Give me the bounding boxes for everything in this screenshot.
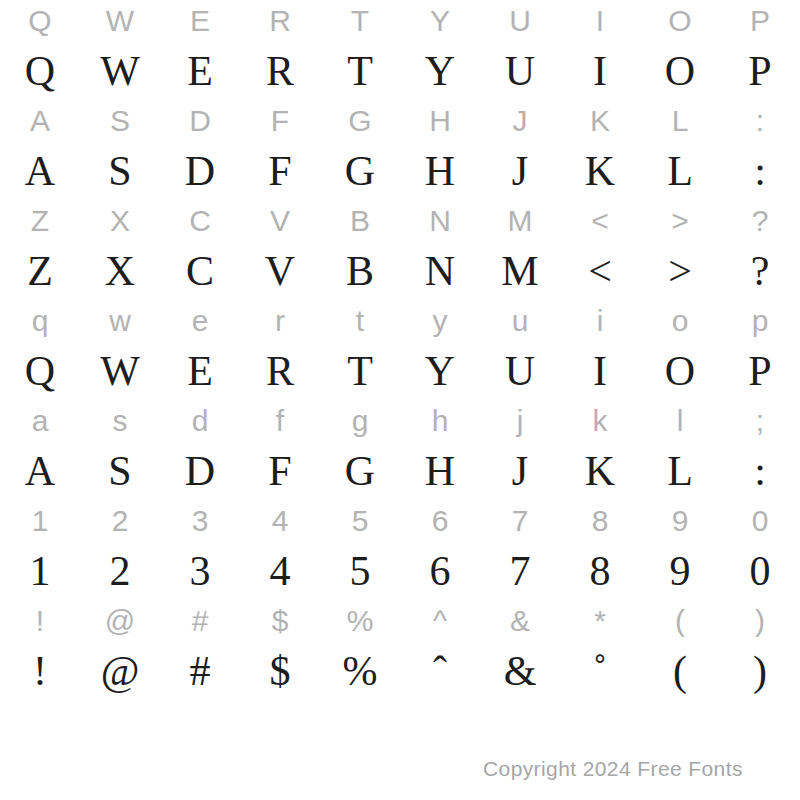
glyph-cell: K bbox=[560, 100, 640, 141]
glyph-cell: R bbox=[240, 41, 320, 100]
glyph-cell: 2 bbox=[80, 500, 160, 541]
glyph-cell: D bbox=[160, 141, 240, 200]
glyph-cell: I bbox=[560, 341, 640, 400]
glyph-cell: w bbox=[80, 300, 160, 341]
glyph-cell: 3 bbox=[160, 500, 240, 541]
glyph-cell: S bbox=[80, 441, 160, 500]
glyph-cell: 5 bbox=[320, 541, 400, 600]
glyph-cell: U bbox=[480, 0, 560, 41]
glyph-cell: @ bbox=[80, 600, 160, 641]
glyph-cell: 0 bbox=[720, 541, 800, 600]
glyph-cell: e bbox=[160, 300, 240, 341]
glyph-cell: C bbox=[160, 241, 240, 300]
glyph-cell: E bbox=[160, 41, 240, 100]
glyph-cell: D bbox=[160, 100, 240, 141]
glyph-cell: t bbox=[320, 300, 400, 341]
glyph-cell: O bbox=[640, 0, 720, 41]
glyph-cell: 3 bbox=[160, 541, 240, 600]
glyph-cell: H bbox=[400, 441, 480, 500]
glyph-cell: B bbox=[320, 241, 400, 300]
glyph-cell: @ bbox=[80, 641, 160, 700]
glyph-cell: : bbox=[720, 441, 800, 500]
glyph-cell: > bbox=[640, 200, 720, 241]
glyph-cell: g bbox=[320, 400, 400, 441]
glyph-cell: 6 bbox=[400, 500, 480, 541]
glyph-cell: 9 bbox=[640, 500, 720, 541]
glyph-cell: S bbox=[80, 141, 160, 200]
glyph-cell: % bbox=[320, 600, 400, 641]
glyph-cell: # bbox=[160, 641, 240, 700]
glyph-cell: ^ bbox=[400, 600, 480, 641]
glyph-cell: ) bbox=[720, 641, 800, 700]
glyph-cell: T bbox=[320, 0, 400, 41]
glyph-cell: ( bbox=[640, 600, 720, 641]
glyph-cell: M bbox=[480, 200, 560, 241]
glyph-cell: R bbox=[240, 341, 320, 400]
glyph-cell: V bbox=[240, 241, 320, 300]
glyph-cell: L bbox=[640, 441, 720, 500]
glyph-cell: A bbox=[0, 100, 80, 141]
glyph-cell: U bbox=[480, 341, 560, 400]
glyph-cell: F bbox=[240, 141, 320, 200]
glyph-cell: P bbox=[720, 341, 800, 400]
glyph-cell: k bbox=[560, 400, 640, 441]
font-specimen-sheet: QWERTYUIOPQWERTYUIOPASDFGHJKL:ASDFGHJKL:… bbox=[0, 0, 800, 800]
glyph-cell: K bbox=[560, 141, 640, 200]
glyph-cell: < bbox=[560, 241, 640, 300]
glyph-cell: a bbox=[0, 400, 80, 441]
glyph-cell: ˚ bbox=[560, 641, 640, 700]
glyph-cell: ˆ bbox=[400, 641, 480, 700]
glyph-cell: ( bbox=[640, 641, 720, 700]
glyph-cell: K bbox=[560, 441, 640, 500]
glyph-cell: E bbox=[160, 341, 240, 400]
glyph-cell: W bbox=[80, 0, 160, 41]
glyph-cell: Q bbox=[0, 41, 80, 100]
glyph-cell: : bbox=[720, 100, 800, 141]
glyph-cell: 4 bbox=[240, 500, 320, 541]
glyph-cell: : bbox=[720, 141, 800, 200]
glyph-cell: & bbox=[480, 641, 560, 700]
glyph-cell: $ bbox=[240, 600, 320, 641]
glyph-cell: ? bbox=[720, 241, 800, 300]
glyph-cell: u bbox=[480, 300, 560, 341]
glyph-cell: J bbox=[480, 100, 560, 141]
glyph-cell: 6 bbox=[400, 541, 480, 600]
glyph-cell: C bbox=[160, 200, 240, 241]
glyph-cell: W bbox=[80, 41, 160, 100]
glyph-cell: ? bbox=[720, 200, 800, 241]
glyph-cell: U bbox=[480, 41, 560, 100]
glyph-cell: J bbox=[480, 441, 560, 500]
glyph-cell: V bbox=[240, 200, 320, 241]
glyph-cell: l bbox=[640, 400, 720, 441]
glyph-cell: Y bbox=[400, 341, 480, 400]
glyph-cell: > bbox=[640, 241, 720, 300]
glyph-cell: 0 bbox=[720, 500, 800, 541]
glyph-cell: 1 bbox=[0, 541, 80, 600]
glyph-cell: G bbox=[320, 441, 400, 500]
glyph-cell: T bbox=[320, 41, 400, 100]
glyph-cell: I bbox=[560, 0, 640, 41]
glyph-grid: QWERTYUIOPQWERTYUIOPASDFGHJKL:ASDFGHJKL:… bbox=[0, 0, 800, 700]
glyph-cell: 2 bbox=[80, 541, 160, 600]
glyph-cell: q bbox=[0, 300, 80, 341]
glyph-cell: T bbox=[320, 341, 400, 400]
glyph-cell: F bbox=[240, 441, 320, 500]
glyph-cell: < bbox=[560, 200, 640, 241]
glyph-cell: ) bbox=[720, 600, 800, 641]
glyph-cell: R bbox=[240, 0, 320, 41]
glyph-cell: B bbox=[320, 200, 400, 241]
glyph-cell: f bbox=[240, 400, 320, 441]
glyph-cell: o bbox=[640, 300, 720, 341]
glyph-cell: Y bbox=[400, 0, 480, 41]
glyph-cell: A bbox=[0, 441, 80, 500]
copyright-text: Copyright 2024 Free Fonts bbox=[483, 757, 743, 781]
glyph-cell: X bbox=[80, 200, 160, 241]
glyph-cell: M bbox=[480, 241, 560, 300]
glyph-cell: S bbox=[80, 100, 160, 141]
glyph-cell: 8 bbox=[560, 500, 640, 541]
glyph-cell: p bbox=[720, 300, 800, 341]
glyph-cell: d bbox=[160, 400, 240, 441]
glyph-cell: E bbox=[160, 0, 240, 41]
glyph-cell: ! bbox=[0, 600, 80, 641]
glyph-cell: A bbox=[0, 141, 80, 200]
glyph-cell: X bbox=[80, 241, 160, 300]
glyph-cell: h bbox=[400, 400, 480, 441]
glyph-cell: N bbox=[400, 241, 480, 300]
glyph-cell: Y bbox=[400, 41, 480, 100]
glyph-cell: D bbox=[160, 441, 240, 500]
glyph-cell: 1 bbox=[0, 500, 80, 541]
glyph-cell: O bbox=[640, 341, 720, 400]
glyph-cell: r bbox=[240, 300, 320, 341]
glyph-cell: 5 bbox=[320, 500, 400, 541]
glyph-cell: N bbox=[400, 200, 480, 241]
glyph-cell: * bbox=[560, 600, 640, 641]
glyph-cell: 4 bbox=[240, 541, 320, 600]
glyph-cell: ! bbox=[0, 641, 80, 700]
glyph-cell: 9 bbox=[640, 541, 720, 600]
glyph-cell: G bbox=[320, 141, 400, 200]
glyph-cell: & bbox=[480, 600, 560, 641]
glyph-cell: 7 bbox=[480, 541, 560, 600]
glyph-cell: Q bbox=[0, 341, 80, 400]
glyph-cell: J bbox=[480, 141, 560, 200]
glyph-cell: s bbox=[80, 400, 160, 441]
glyph-cell: F bbox=[240, 100, 320, 141]
glyph-cell: Q bbox=[0, 0, 80, 41]
glyph-cell: L bbox=[640, 100, 720, 141]
glyph-cell: L bbox=[640, 141, 720, 200]
glyph-cell: G bbox=[320, 100, 400, 141]
glyph-cell: H bbox=[400, 141, 480, 200]
glyph-cell: % bbox=[320, 641, 400, 700]
glyph-cell: Z bbox=[0, 200, 80, 241]
glyph-cell: P bbox=[720, 0, 800, 41]
glyph-cell: i bbox=[560, 300, 640, 341]
glyph-cell: 8 bbox=[560, 541, 640, 600]
glyph-cell: $ bbox=[240, 641, 320, 700]
glyph-cell: ; bbox=[720, 400, 800, 441]
glyph-cell: # bbox=[160, 600, 240, 641]
glyph-cell: 7 bbox=[480, 500, 560, 541]
glyph-cell: H bbox=[400, 100, 480, 141]
glyph-cell: j bbox=[480, 400, 560, 441]
glyph-cell: I bbox=[560, 41, 640, 100]
glyph-cell: P bbox=[720, 41, 800, 100]
glyph-cell: y bbox=[400, 300, 480, 341]
glyph-cell: W bbox=[80, 341, 160, 400]
glyph-cell: Z bbox=[0, 241, 80, 300]
glyph-cell: O bbox=[640, 41, 720, 100]
